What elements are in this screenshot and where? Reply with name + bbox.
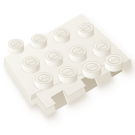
- stud: LEGO: [30, 34, 47, 49]
- stud: LEGO: [104, 54, 124, 72]
- stud: LEGO: [53, 28, 70, 43]
- lego-part-illustration: LEGO LEGO LEGO LEGO: [0, 0, 135, 135]
- stud: LEGO: [7, 39, 24, 54]
- stud: LEGO: [22, 57, 41, 73]
- stud: LEGO: [69, 46, 88, 62]
- stud: LEGO: [34, 72, 54, 90]
- stud: LEGO: [93, 41, 112, 57]
- photo-stage: LEGO LEGO LEGO LEGO: [0, 0, 135, 135]
- stud: LEGO: [45, 51, 64, 67]
- stud: LEGO: [77, 23, 94, 38]
- stud: LEGO: [82, 61, 102, 79]
- stud: LEGO: [58, 66, 78, 84]
